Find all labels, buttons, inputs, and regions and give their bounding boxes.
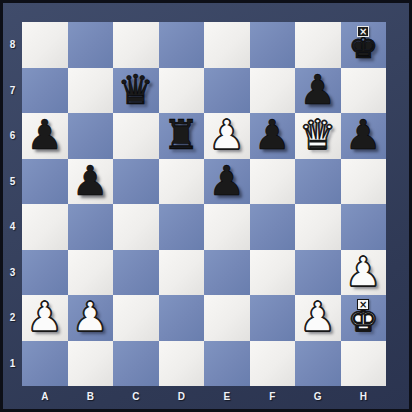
square-f4[interactable]: [250, 204, 296, 250]
file-label-h: H: [341, 386, 387, 406]
square-b8[interactable]: [68, 22, 114, 68]
piece-black-pawn[interactable]: ♟: [299, 70, 336, 111]
square-d6[interactable]: ♜: [159, 113, 205, 159]
square-d3[interactable]: [159, 250, 205, 296]
piece-black-pawn[interactable]: ♟: [345, 115, 382, 156]
square-f5[interactable]: [250, 159, 296, 205]
square-d7[interactable]: [159, 68, 205, 114]
square-d2[interactable]: [159, 295, 205, 341]
square-g8[interactable]: [295, 22, 341, 68]
chess-board: ×♚♛♟♟♜♟♟♛♟♟♟♟♟♟♟×♚: [22, 22, 386, 386]
square-c5[interactable]: [113, 159, 159, 205]
square-g2[interactable]: ♟: [295, 295, 341, 341]
rank-label-2: 2: [3, 295, 22, 341]
square-h7[interactable]: [341, 68, 387, 114]
square-e8[interactable]: [204, 22, 250, 68]
piece-black-pawn[interactable]: ♟: [26, 115, 63, 156]
file-label-f: F: [250, 386, 296, 406]
square-b6[interactable]: [68, 113, 114, 159]
square-g4[interactable]: [295, 204, 341, 250]
square-a8[interactable]: [22, 22, 68, 68]
rank-label-8: 8: [3, 22, 22, 68]
square-f6[interactable]: ♟: [250, 113, 296, 159]
square-a7[interactable]: [22, 68, 68, 114]
square-e4[interactable]: [204, 204, 250, 250]
square-c8[interactable]: [113, 22, 159, 68]
piece-black-rook[interactable]: ♜: [163, 115, 200, 156]
square-c7[interactable]: ♛: [113, 68, 159, 114]
rank-label-6: 6: [3, 113, 22, 159]
square-a2[interactable]: ♟: [22, 295, 68, 341]
file-label-g: G: [295, 386, 341, 406]
square-g5[interactable]: [295, 159, 341, 205]
square-h2[interactable]: ×♚: [341, 295, 387, 341]
piece-white-pawn[interactable]: ♟: [72, 297, 109, 338]
square-b3[interactable]: [68, 250, 114, 296]
square-c2[interactable]: [113, 295, 159, 341]
file-label-b: B: [68, 386, 114, 406]
square-c1[interactable]: [113, 341, 159, 387]
piece-black-pawn[interactable]: ♟: [208, 161, 245, 202]
king-cross-marker: ×: [357, 299, 369, 310]
square-d1[interactable]: [159, 341, 205, 387]
piece-white-pawn[interactable]: ♟: [299, 297, 336, 338]
rank-label-4: 4: [3, 204, 22, 250]
file-label-d: D: [159, 386, 205, 406]
square-e7[interactable]: [204, 68, 250, 114]
piece-black-pawn[interactable]: ♟: [72, 161, 109, 202]
square-a6[interactable]: ♟: [22, 113, 68, 159]
square-d5[interactable]: [159, 159, 205, 205]
square-e1[interactable]: [204, 341, 250, 387]
square-h4[interactable]: [341, 204, 387, 250]
square-a4[interactable]: [22, 204, 68, 250]
piece-black-king[interactable]: ×♚: [348, 26, 378, 63]
board-border: ×♚♛♟♟♜♟♟♛♟♟♟♟♟♟♟×♚ 87654321 ABCDEFGH: [3, 3, 409, 409]
square-f2[interactable]: [250, 295, 296, 341]
piece-black-pawn[interactable]: ♟: [254, 115, 291, 156]
square-b2[interactable]: ♟: [68, 295, 114, 341]
piece-white-queen[interactable]: ♛: [299, 115, 336, 156]
file-label-a: A: [22, 386, 68, 406]
square-g6[interactable]: ♛: [295, 113, 341, 159]
square-e2[interactable]: [204, 295, 250, 341]
piece-white-king[interactable]: ×♚: [348, 299, 378, 336]
square-h3[interactable]: ♟: [341, 250, 387, 296]
piece-white-pawn[interactable]: ♟: [208, 115, 245, 156]
rank-label-1: 1: [3, 341, 22, 387]
board-frame: ×♚♛♟♟♜♟♟♛♟♟♟♟♟♟♟×♚ 87654321 ABCDEFGH: [0, 0, 412, 412]
piece-white-pawn[interactable]: ♟: [26, 297, 63, 338]
file-label-c: C: [113, 386, 159, 406]
square-f7[interactable]: [250, 68, 296, 114]
square-c3[interactable]: [113, 250, 159, 296]
square-f1[interactable]: [250, 341, 296, 387]
square-c6[interactable]: [113, 113, 159, 159]
square-a1[interactable]: [22, 341, 68, 387]
rank-label-5: 5: [3, 159, 22, 205]
piece-white-pawn[interactable]: ♟: [345, 252, 382, 293]
square-d8[interactable]: [159, 22, 205, 68]
square-a5[interactable]: [22, 159, 68, 205]
square-b7[interactable]: [68, 68, 114, 114]
file-labels: ABCDEFGH: [22, 386, 386, 406]
square-d4[interactable]: [159, 204, 205, 250]
square-f8[interactable]: [250, 22, 296, 68]
square-f3[interactable]: [250, 250, 296, 296]
square-b4[interactable]: [68, 204, 114, 250]
square-e3[interactable]: [204, 250, 250, 296]
king-cross-marker: ×: [357, 26, 369, 37]
square-h5[interactable]: [341, 159, 387, 205]
square-h8[interactable]: ×♚: [341, 22, 387, 68]
square-b5[interactable]: ♟: [68, 159, 114, 205]
rank-labels: 87654321: [3, 22, 22, 386]
square-a3[interactable]: [22, 250, 68, 296]
square-e5[interactable]: ♟: [204, 159, 250, 205]
square-e6[interactable]: ♟: [204, 113, 250, 159]
rank-label-3: 3: [3, 250, 22, 296]
square-h1[interactable]: [341, 341, 387, 387]
square-g7[interactable]: ♟: [295, 68, 341, 114]
square-b1[interactable]: [68, 341, 114, 387]
square-g1[interactable]: [295, 341, 341, 387]
square-h6[interactable]: ♟: [341, 113, 387, 159]
piece-black-queen[interactable]: ♛: [117, 70, 154, 111]
file-label-e: E: [204, 386, 250, 406]
square-g3[interactable]: [295, 250, 341, 296]
square-c4[interactable]: [113, 204, 159, 250]
rank-label-7: 7: [3, 68, 22, 114]
